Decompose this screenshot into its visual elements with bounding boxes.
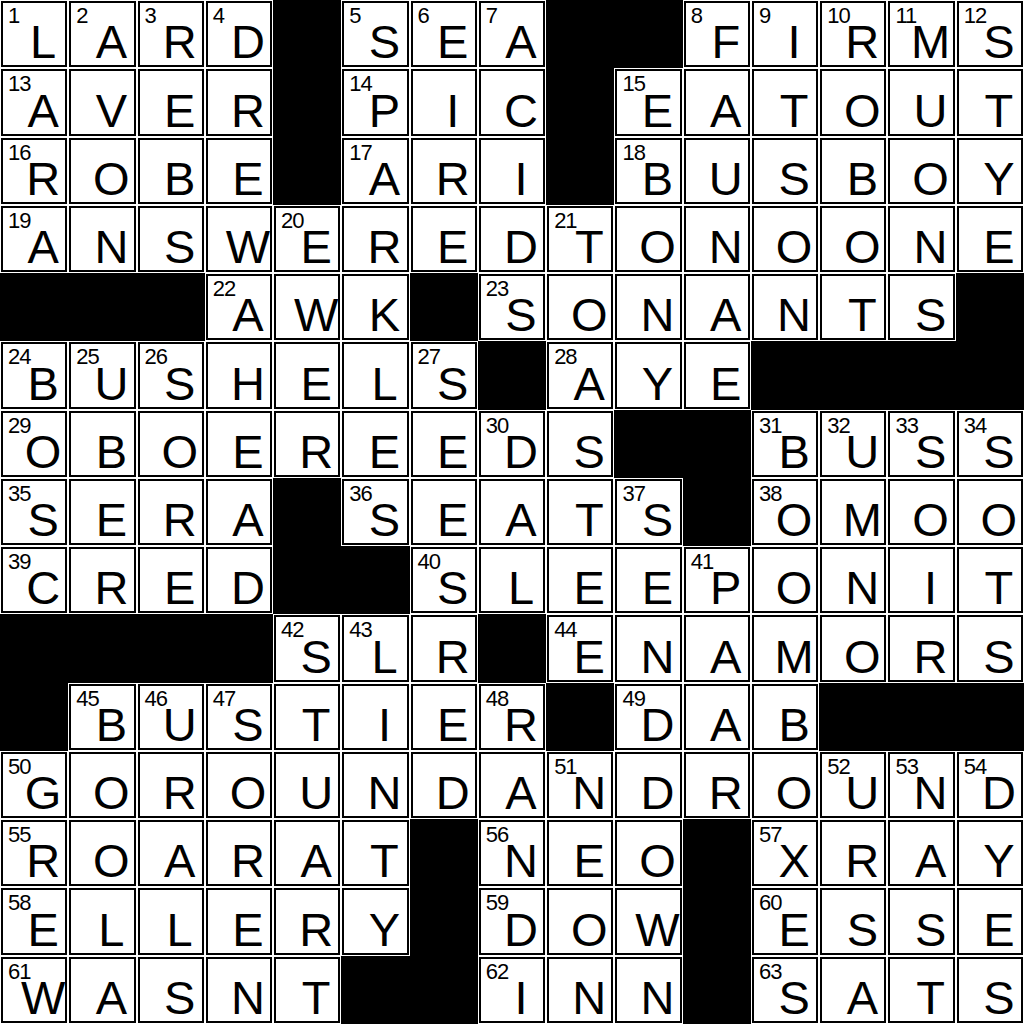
cell-letter: R (9, 155, 77, 202)
cell-letter: P (692, 564, 760, 611)
cell-r2c4[interactable]: R (205, 68, 273, 136)
cell-letter: E (692, 360, 760, 407)
cell-r13c14[interactable]: A (887, 819, 955, 887)
cell-r13c8[interactable]: 56N (478, 819, 546, 887)
cell-letter: T (896, 974, 964, 1021)
cell-r6c1[interactable]: 24B (0, 341, 68, 409)
cell-letter: E (214, 906, 282, 953)
block-r6c15 (956, 341, 1024, 409)
cell-r1c15[interactable]: 12S (956, 0, 1024, 68)
cell-r2c14[interactable]: U (887, 68, 955, 136)
block-r13c11 (683, 819, 751, 887)
cell-r4c2[interactable]: N (68, 205, 136, 273)
cell-r9c14[interactable]: I (887, 546, 955, 614)
cell-r9c11[interactable]: 41P (683, 546, 751, 614)
cell-r8c12[interactable]: 38O (751, 478, 819, 546)
cell-r15c12[interactable]: 63S (751, 956, 819, 1024)
cell-r14c2[interactable]: L (68, 887, 136, 955)
cell-r11c2[interactable]: 45B (68, 683, 136, 751)
cell-r12c5[interactable]: U (273, 751, 341, 819)
cell-letter: E (214, 155, 282, 202)
cell-r4c13[interactable]: O (819, 205, 887, 273)
cell-letter: S (623, 496, 691, 543)
cell-r14c10[interactable]: W (614, 887, 682, 955)
cell-letter: S (350, 18, 418, 65)
cell-r13c13[interactable]: R (819, 819, 887, 887)
cell-r1c6[interactable]: 5S (341, 0, 409, 68)
block-r5c2 (68, 273, 136, 341)
cell-letter: O (77, 769, 145, 816)
cell-r9c1[interactable]: 39C (0, 546, 68, 614)
cell-letter: A (350, 155, 418, 202)
cell-letter: A (487, 496, 555, 543)
cell-letter: I (487, 155, 555, 202)
cell-r9c7[interactable]: 40S (410, 546, 478, 614)
cell-letter: A (692, 87, 760, 134)
cell-r11c12[interactable]: B (751, 683, 819, 751)
cell-r6c6[interactable]: L (341, 341, 409, 409)
cell-r2c10[interactable]: 15E (614, 68, 682, 136)
cell-r12c2[interactable]: O (68, 751, 136, 819)
cell-r3c11[interactable]: U (683, 137, 751, 205)
cell-r5c9[interactable]: O (546, 273, 614, 341)
cell-r8c2[interactable]: E (68, 478, 136, 546)
cell-r5c10[interactable]: N (614, 273, 682, 341)
cell-letter: N (623, 974, 691, 1021)
cell-letter: E (419, 223, 487, 270)
cell-r13c6[interactable]: T (341, 819, 409, 887)
cell-r10c11[interactable]: A (683, 614, 751, 682)
cell-letter: O (555, 291, 623, 338)
cell-r2c6[interactable]: 14P (341, 68, 409, 136)
cell-letter: A (77, 18, 145, 65)
cell-letter: R (146, 18, 214, 65)
cell-r9c4[interactable]: D (205, 546, 273, 614)
cell-letter: A (487, 18, 555, 65)
cell-letter: A (214, 496, 282, 543)
cell-r2c13[interactable]: O (819, 68, 887, 136)
cell-letter: D (487, 428, 555, 475)
cell-letter: N (214, 974, 282, 1021)
cell-r12c14[interactable]: 53N (887, 751, 955, 819)
cell-r14c13[interactable]: S (819, 887, 887, 955)
cell-letter: G (9, 769, 77, 816)
cell-r5c5[interactable]: W (273, 273, 341, 341)
cell-r13c10[interactable]: O (614, 819, 682, 887)
cell-r3c8[interactable]: I (478, 137, 546, 205)
cell-letter: O (760, 564, 828, 611)
cell-r7c14[interactable]: 33S (887, 410, 955, 478)
cell-r7c3[interactable]: O (137, 410, 205, 478)
cell-letter: Y (965, 837, 1024, 884)
cell-letter: D (623, 769, 691, 816)
cell-letter: I (760, 18, 828, 65)
cell-r15c1[interactable]: 61W (0, 956, 68, 1024)
cell-letter: E (965, 906, 1024, 953)
cell-letter: R (146, 496, 214, 543)
cell-r9c12[interactable]: O (751, 546, 819, 614)
cell-r2c12[interactable]: T (751, 68, 819, 136)
cell-r11c6[interactable]: I (341, 683, 409, 751)
cell-letter: O (965, 496, 1024, 543)
cell-r5c8[interactable]: 23S (478, 273, 546, 341)
cell-r11c4[interactable]: 47S (205, 683, 273, 751)
cell-r11c5[interactable]: T (273, 683, 341, 751)
cell-r15c8[interactable]: 62I (478, 956, 546, 1024)
cell-r7c13[interactable]: 32U (819, 410, 887, 478)
cell-r4c14[interactable]: N (887, 205, 955, 273)
cell-r8c3[interactable]: R (137, 478, 205, 546)
cell-r5c14[interactable]: S (887, 273, 955, 341)
cell-letter: R (828, 18, 896, 65)
cell-r5c4[interactable]: 22A (205, 273, 273, 341)
cell-letter: S (828, 906, 896, 953)
cell-r9c8[interactable]: L (478, 546, 546, 614)
block-r1c9 (546, 0, 614, 68)
cell-r14c1[interactable]: 58E (0, 887, 68, 955)
cell-r3c2[interactable]: O (68, 137, 136, 205)
block-r6c13 (819, 341, 887, 409)
cell-letter: D (487, 223, 555, 270)
cell-r10c6[interactable]: 43L (341, 614, 409, 682)
cell-r13c15[interactable]: Y (956, 819, 1024, 887)
cell-r12c6[interactable]: N (341, 751, 409, 819)
cell-letter: A (9, 223, 77, 270)
cell-r14c5[interactable]: R (273, 887, 341, 955)
cell-r10c5[interactable]: 42S (273, 614, 341, 682)
cell-r2c11[interactable]: A (683, 68, 751, 136)
cell-letter: U (77, 360, 145, 407)
cell-r1c13[interactable]: 10R (819, 0, 887, 68)
cell-r10c12[interactable]: M (751, 614, 819, 682)
cell-r4c15[interactable]: E (956, 205, 1024, 273)
cell-letter: S (146, 974, 214, 1021)
cell-r14c9[interactable]: O (546, 887, 614, 955)
cell-r12c9[interactable]: 51N (546, 751, 614, 819)
cell-letter: B (760, 428, 828, 475)
cell-r2c2[interactable]: V (68, 68, 136, 136)
cell-r12c15[interactable]: 54D (956, 751, 1024, 819)
cell-r8c1[interactable]: 35S (0, 478, 68, 546)
cell-r3c15[interactable]: Y (956, 137, 1024, 205)
cell-r10c13[interactable]: O (819, 614, 887, 682)
cell-r5c11[interactable]: A (683, 273, 751, 341)
cell-r8c6[interactable]: 36S (341, 478, 409, 546)
cell-r13c12[interactable]: 57X (751, 819, 819, 887)
block-r3c9 (546, 137, 614, 205)
cell-r10c9[interactable]: 44E (546, 614, 614, 682)
cell-r1c12[interactable]: 9I (751, 0, 819, 68)
cell-r6c2[interactable]: 25U (68, 341, 136, 409)
cell-letter: S (214, 701, 282, 748)
cell-r13c5[interactable]: A (273, 819, 341, 887)
cell-letter: O (555, 906, 623, 953)
cell-letter: Y (350, 906, 418, 953)
cell-r13c1[interactable]: 55R (0, 819, 68, 887)
cell-r4c3[interactable]: S (137, 205, 205, 273)
cell-letter: A (692, 701, 760, 748)
cell-r13c4[interactable]: R (205, 819, 273, 887)
cell-r4c5[interactable]: 20E (273, 205, 341, 273)
block-r11c14 (887, 683, 955, 751)
cell-letter: W (9, 974, 77, 1021)
cell-letter: A (282, 837, 350, 884)
cell-letter: E (419, 496, 487, 543)
block-r3c5 (273, 137, 341, 205)
cell-r8c13[interactable]: M (819, 478, 887, 546)
cell-letter: S (555, 428, 623, 475)
cell-r6c3[interactable]: 26S (137, 341, 205, 409)
cell-letter: S (760, 974, 828, 1021)
cell-letter: S (419, 360, 487, 407)
cell-r8c14[interactable]: O (887, 478, 955, 546)
cell-letter: X (760, 837, 828, 884)
cell-letter: K (350, 291, 418, 338)
cell-r7c9[interactable]: S (546, 410, 614, 478)
cell-r7c6[interactable]: E (341, 410, 409, 478)
cell-r11c8[interactable]: 48R (478, 683, 546, 751)
cell-r1c2[interactable]: 2A (68, 0, 136, 68)
cell-r5c6[interactable]: K (341, 273, 409, 341)
cell-letter: O (146, 428, 214, 475)
cell-r13c9[interactable]: E (546, 819, 614, 887)
cell-letter: R (214, 837, 282, 884)
cell-r15c13[interactable]: A (819, 956, 887, 1024)
block-r2c9 (546, 68, 614, 136)
cell-r11c11[interactable]: A (683, 683, 751, 751)
cell-r11c7[interactable]: E (410, 683, 478, 751)
cell-letter: E (623, 87, 691, 134)
cell-r1c14[interactable]: 11M (887, 0, 955, 68)
cell-letter: A (9, 87, 77, 134)
cell-r1c8[interactable]: 7A (478, 0, 546, 68)
cell-r2c1[interactable]: 13A (0, 68, 68, 136)
cell-r1c7[interactable]: 6E (410, 0, 478, 68)
cell-r3c3[interactable]: B (137, 137, 205, 205)
cell-letter: D (214, 564, 282, 611)
cell-letter: B (77, 701, 145, 748)
cell-r12c10[interactable]: D (614, 751, 682, 819)
cell-r3c4[interactable]: E (205, 137, 273, 205)
cell-letter: M (828, 496, 896, 543)
cell-r11c3[interactable]: 46U (137, 683, 205, 751)
cell-letter: H (214, 360, 282, 407)
cell-letter: E (419, 428, 487, 475)
cell-letter: A (828, 974, 896, 1021)
cell-letter: T (965, 564, 1024, 611)
cell-r1c11[interactable]: 8F (683, 0, 751, 68)
cell-r4c7[interactable]: E (410, 205, 478, 273)
cell-letter: R (282, 906, 350, 953)
cell-r6c9[interactable]: 28A (546, 341, 614, 409)
cell-r13c2[interactable]: O (68, 819, 136, 887)
block-r15c11 (683, 956, 751, 1024)
cell-letter: U (896, 87, 964, 134)
cell-r9c13[interactable]: N (819, 546, 887, 614)
cell-r12c12[interactable]: O (751, 751, 819, 819)
cell-r6c11[interactable]: E (683, 341, 751, 409)
cell-r9c10[interactable]: E (614, 546, 682, 614)
block-r7c11 (683, 410, 751, 478)
cell-letter: A (77, 974, 145, 1021)
cell-r4c8[interactable]: D (478, 205, 546, 273)
cell-r8c7[interactable]: E (410, 478, 478, 546)
cell-r14c14[interactable]: S (887, 887, 955, 955)
cell-letter: B (760, 701, 828, 748)
cell-letter: S (965, 633, 1024, 680)
cell-r8c8[interactable]: A (478, 478, 546, 546)
cell-r4c4[interactable]: W (205, 205, 273, 273)
cell-r12c7[interactable]: D (410, 751, 478, 819)
cell-r6c5[interactable]: E (273, 341, 341, 409)
cell-letter: I (419, 87, 487, 134)
cell-r7c15[interactable]: 34S (956, 410, 1024, 478)
cell-r7c8[interactable]: 30D (478, 410, 546, 478)
cell-r3c13[interactable]: B (819, 137, 887, 205)
cell-letter: B (623, 155, 691, 202)
cell-r15c9[interactable]: N (546, 956, 614, 1024)
cell-r8c15[interactable]: O (956, 478, 1024, 546)
cell-r6c7[interactable]: 27S (410, 341, 478, 409)
cell-letter: N (692, 223, 760, 270)
cell-r3c12[interactable]: S (751, 137, 819, 205)
cell-r1c1[interactable]: 1L (0, 0, 68, 68)
cell-r2c8[interactable]: C (478, 68, 546, 136)
cell-letter: P (350, 87, 418, 134)
cell-r14c3[interactable]: L (137, 887, 205, 955)
cell-r6c10[interactable]: Y (614, 341, 682, 409)
cell-r3c10[interactable]: 18B (614, 137, 682, 205)
cell-letter: S (896, 906, 964, 953)
cell-letter: D (214, 18, 282, 65)
cell-letter: E (282, 223, 350, 270)
cell-r10c15[interactable]: S (956, 614, 1024, 682)
cell-letter: R (282, 428, 350, 475)
block-r14c7 (410, 887, 478, 955)
cell-letter: T (555, 223, 623, 270)
cell-r6c4[interactable]: H (205, 341, 273, 409)
cell-letter: T (282, 974, 350, 1021)
cell-letter: T (760, 87, 828, 134)
cell-r13c3[interactable]: A (137, 819, 205, 887)
cell-letter: C (487, 87, 555, 134)
block-r1c5 (273, 0, 341, 68)
cell-letter: E (419, 701, 487, 748)
cell-r12c8[interactable]: A (478, 751, 546, 819)
cell-r8c4[interactable]: A (205, 478, 273, 546)
cell-r4c12[interactable]: O (751, 205, 819, 273)
cell-r1c3[interactable]: 3R (137, 0, 205, 68)
block-r9c5 (273, 546, 341, 614)
cell-r3c7[interactable]: R (410, 137, 478, 205)
cell-letter: S (350, 496, 418, 543)
cell-r9c9[interactable]: E (546, 546, 614, 614)
cell-r4c11[interactable]: N (683, 205, 751, 273)
cell-r2c3[interactable]: E (137, 68, 205, 136)
cell-r14c6[interactable]: Y (341, 887, 409, 955)
cell-r14c15[interactable]: E (956, 887, 1024, 955)
cell-r7c4[interactable]: E (205, 410, 273, 478)
cell-r3c14[interactable]: O (887, 137, 955, 205)
cell-r1c4[interactable]: 4D (205, 0, 273, 68)
cell-letter: T (555, 496, 623, 543)
cell-letter: U (146, 701, 214, 748)
cell-letter: L (146, 906, 214, 953)
cell-r10c10[interactable]: N (614, 614, 682, 682)
cell-r15c3[interactable]: S (137, 956, 205, 1024)
block-r6c14 (887, 341, 955, 409)
cell-r11c10[interactable]: 49D (614, 683, 682, 751)
cell-letter: R (896, 633, 964, 680)
cell-r10c14[interactable]: R (887, 614, 955, 682)
cell-r12c1[interactable]: 50G (0, 751, 68, 819)
cell-r5c12[interactable]: N (751, 273, 819, 341)
cell-r15c10[interactable]: N (614, 956, 682, 1024)
cell-r7c5[interactable]: R (273, 410, 341, 478)
block-r11c9 (546, 683, 614, 751)
cell-letter: E (350, 428, 418, 475)
cell-r7c1[interactable]: 29O (0, 410, 68, 478)
cell-letter: S (146, 223, 214, 270)
cell-r15c15[interactable]: S (956, 956, 1024, 1024)
cell-r10c7[interactable]: R (410, 614, 478, 682)
cell-r4c10[interactable]: O (614, 205, 682, 273)
cell-r15c2[interactable]: A (68, 956, 136, 1024)
cell-r2c15[interactable]: T (956, 68, 1024, 136)
cell-r9c15[interactable]: T (956, 546, 1024, 614)
cell-r2c7[interactable]: I (410, 68, 478, 136)
cell-r3c6[interactable]: 17A (341, 137, 409, 205)
cell-r12c4[interactable]: O (205, 751, 273, 819)
cell-r9c3[interactable]: E (137, 546, 205, 614)
crossword-board: 1L2A3R4D5S6E7A8F9I10R11M12S13AVER14PIC15… (0, 0, 1024, 1024)
cell-r14c12[interactable]: 60E (751, 887, 819, 955)
block-r6c8 (478, 341, 546, 409)
cell-r7c2[interactable]: B (68, 410, 136, 478)
cell-letter: E (760, 906, 828, 953)
block-r10c1 (0, 614, 68, 682)
cell-r4c6[interactable]: R (341, 205, 409, 273)
cell-r15c4[interactable]: N (205, 956, 273, 1024)
cell-r4c1[interactable]: 19A (0, 205, 68, 273)
cell-r12c13[interactable]: 52U (819, 751, 887, 819)
cell-r14c8[interactable]: 59D (478, 887, 546, 955)
cell-letter: S (896, 428, 964, 475)
cell-letter: R (350, 223, 418, 270)
cell-r7c12[interactable]: 31B (751, 410, 819, 478)
block-r10c4 (205, 614, 273, 682)
cell-r15c5[interactable]: T (273, 956, 341, 1024)
cell-r4c9[interactable]: 21T (546, 205, 614, 273)
block-r10c2 (68, 614, 136, 682)
cell-r5c13[interactable]: T (819, 273, 887, 341)
cell-r3c1[interactable]: 16R (0, 137, 68, 205)
cell-r7c7[interactable]: E (410, 410, 478, 478)
cell-r15c14[interactable]: T (887, 956, 955, 1024)
cell-r14c4[interactable]: E (205, 887, 273, 955)
cell-letter: E (214, 428, 282, 475)
block-r6c12 (751, 341, 819, 409)
cell-r8c10[interactable]: 37S (614, 478, 682, 546)
cell-letter: R (692, 769, 760, 816)
cell-r9c2[interactable]: R (68, 546, 136, 614)
cell-r12c3[interactable]: R (137, 751, 205, 819)
cell-r12c11[interactable]: R (683, 751, 751, 819)
cell-r8c9[interactable]: T (546, 478, 614, 546)
cell-letter: U (828, 769, 896, 816)
block-r11c13 (819, 683, 887, 751)
cell-letter: E (555, 633, 623, 680)
